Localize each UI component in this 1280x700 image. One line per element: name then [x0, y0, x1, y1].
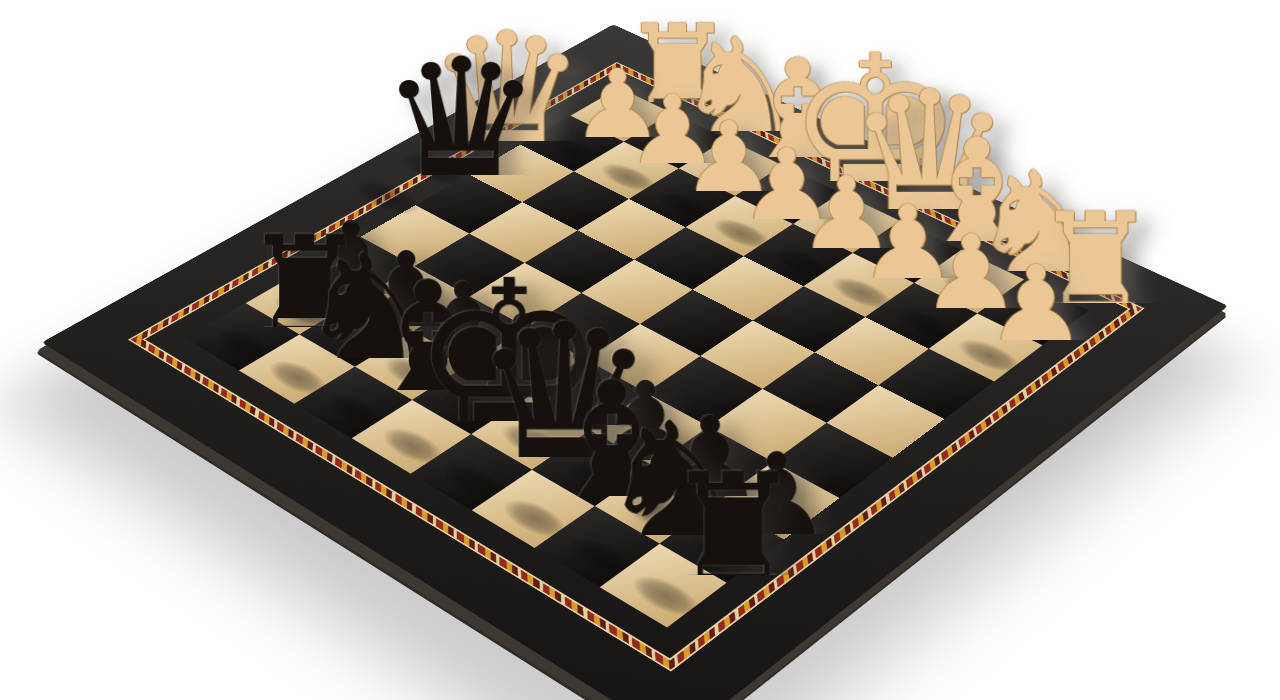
- product-photo-scene: ♜♞♝♚♛♝♞♜♟♟♟♟♟♟♟♟♟♟♟♟♟♟♟♟♜♞♝♚♛♝♞♜ ♛♛: [0, 0, 1280, 700]
- board-frame: ♜♞♝♚♛♝♞♜♟♟♟♟♟♟♟♟♟♟♟♟♟♟♟♟♜♞♝♚♛♝♞♜ ♛♛: [42, 24, 1228, 700]
- chess-board: ♜♞♝♚♛♝♞♜♟♟♟♟♟♟♟♟♟♟♟♟♟♟♟♟♜♞♝♚♛♝♞♜ ♛♛: [42, 24, 1228, 700]
- perspective-scene: ♜♞♝♚♛♝♞♜♟♟♟♟♟♟♟♟♟♟♟♟♟♟♟♟♜♞♝♚♛♝♞♜ ♛♛: [0, 0, 1280, 700]
